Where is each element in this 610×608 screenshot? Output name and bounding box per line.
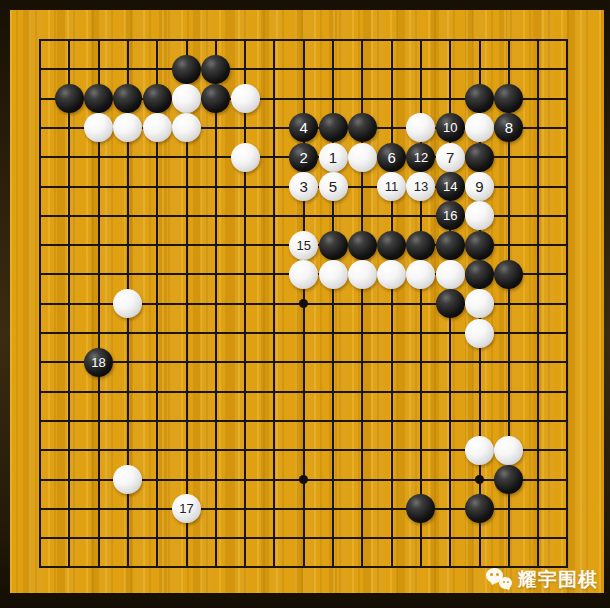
stone-black: [348, 231, 377, 260]
stone-white: [348, 143, 377, 172]
stone-black: 14: [436, 172, 465, 201]
star-point: [475, 475, 484, 484]
goban-frame: 410821612735111314916151817 耀宇围棋: [0, 0, 610, 608]
stone-black: [319, 113, 348, 142]
stone-black: 18: [84, 348, 113, 377]
stone-black: [348, 113, 377, 142]
grid-line-vertical: [537, 39, 539, 568]
stone-white: [494, 436, 523, 465]
move-number: 12: [414, 151, 428, 164]
stone-black: [406, 231, 435, 260]
stone-black: [465, 231, 494, 260]
grid-line-horizontal: [39, 361, 568, 363]
stone-black: [172, 55, 201, 84]
stone-black: [436, 231, 465, 260]
stone-black: 12: [406, 143, 435, 172]
move-number: 4: [300, 120, 308, 135]
wechat-icon: [486, 568, 513, 593]
stone-white: 7: [436, 143, 465, 172]
stone-white: [465, 436, 494, 465]
stone-black: [143, 84, 172, 113]
move-number: 2: [300, 150, 308, 165]
move-number: 1: [329, 150, 337, 165]
move-number: 7: [446, 150, 454, 165]
move-number: 9: [475, 179, 483, 194]
stone-white: 11: [377, 172, 406, 201]
watermark: 耀宇围棋: [486, 567, 598, 593]
stone-white: [289, 260, 318, 289]
stone-black: [465, 84, 494, 113]
grid-line-vertical: [566, 39, 568, 568]
move-number: 11: [385, 180, 399, 193]
move-number: 17: [179, 502, 193, 515]
stone-black: 2: [289, 143, 318, 172]
stone-white: [377, 260, 406, 289]
stone-white: [465, 289, 494, 318]
move-number: 18: [91, 356, 105, 369]
move-number: 13: [414, 180, 428, 193]
stone-white: 3: [289, 172, 318, 201]
stone-black: [201, 55, 230, 84]
stone-white: 1: [319, 143, 348, 172]
move-number: 5: [329, 179, 337, 194]
grid-line-horizontal: [39, 391, 568, 393]
stone-white: [231, 84, 260, 113]
stone-black: [377, 231, 406, 260]
stone-black: [465, 143, 494, 172]
grid-line-horizontal: [39, 537, 568, 539]
move-number: 16: [443, 209, 457, 222]
stone-black: [84, 84, 113, 113]
stone-white: 9: [465, 172, 494, 201]
move-number: 15: [296, 239, 310, 252]
move-number: 10: [443, 121, 457, 134]
stone-white: 5: [319, 172, 348, 201]
stone-black: [494, 260, 523, 289]
grid-line-vertical: [391, 39, 393, 568]
move-number: 3: [300, 179, 308, 194]
move-number: 8: [505, 120, 513, 135]
stone-black: [55, 84, 84, 113]
move-number: 14: [443, 180, 457, 193]
stone-white: [465, 319, 494, 348]
stone-black: [465, 260, 494, 289]
stone-white: [319, 260, 348, 289]
stone-white: [348, 260, 377, 289]
stone-black: [319, 231, 348, 260]
grid-line-horizontal: [39, 420, 568, 422]
watermark-text: 耀宇围棋: [518, 567, 598, 593]
stone-black: 16: [436, 201, 465, 230]
stone-black: 10: [436, 113, 465, 142]
stone-white: 15: [289, 231, 318, 260]
move-number: 6: [387, 150, 395, 165]
stone-black: 6: [377, 143, 406, 172]
stone-black: [436, 289, 465, 318]
stone-white: [436, 260, 465, 289]
stone-white: [231, 143, 260, 172]
stone-white: [143, 113, 172, 142]
stone-white: [172, 84, 201, 113]
